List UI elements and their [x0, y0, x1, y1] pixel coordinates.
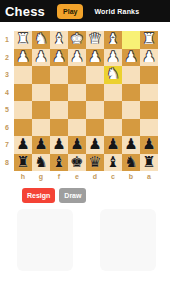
panels: [17, 209, 170, 271]
square-h6[interactable]: [14, 119, 32, 137]
square-a3[interactable]: [140, 66, 158, 84]
square-d1[interactable]: ♛: [86, 31, 104, 49]
square-c6[interactable]: [104, 119, 122, 137]
white-queen-piece: ♛: [88, 32, 101, 47]
square-g1[interactable]: ♞: [32, 31, 50, 49]
square-c3[interactable]: ♞: [104, 66, 122, 84]
file-label-g: g: [32, 171, 50, 181]
white-pawn-piece: ♟: [106, 49, 119, 64]
square-g7[interactable]: ♟: [32, 136, 50, 154]
black-pawn-piece: ♟: [106, 137, 119, 152]
draw-button[interactable]: Draw: [59, 188, 86, 203]
white-pawn-piece: ♟: [52, 49, 65, 64]
square-f6[interactable]: [50, 119, 68, 137]
square-a6[interactable]: [140, 119, 158, 137]
white-rook-piece: ♜: [16, 32, 29, 47]
square-f3[interactable]: [50, 66, 68, 84]
square-b6[interactable]: [122, 119, 140, 137]
black-pawn-piece: ♟: [124, 137, 137, 152]
black-king-piece: ♚: [70, 154, 83, 169]
file-label-e: e: [68, 171, 86, 181]
rank-label-5: 5: [0, 101, 14, 119]
square-g4[interactable]: [32, 84, 50, 102]
square-d6[interactable]: [86, 119, 104, 137]
square-b7[interactable]: ♟: [122, 136, 140, 154]
file-label-f: f: [50, 171, 68, 181]
rank-labels: 12345678: [0, 31, 14, 171]
square-b4[interactable]: [122, 84, 140, 102]
square-c5[interactable]: [104, 101, 122, 119]
white-pawn-piece: ♟: [142, 49, 155, 64]
file-label-a: a: [140, 171, 158, 181]
black-pawn-piece: ♟: [88, 137, 101, 152]
square-b1[interactable]: [122, 31, 140, 49]
black-rook-piece: ♜: [16, 154, 29, 169]
square-h5[interactable]: [14, 101, 32, 119]
rank-label-2: 2: [0, 49, 14, 67]
rank-label-7: 7: [0, 136, 14, 154]
resign-button[interactable]: Resign: [22, 188, 55, 203]
file-label-d: d: [86, 171, 104, 181]
square-c7[interactable]: ♟: [104, 136, 122, 154]
square-g8[interactable]: ♞: [32, 154, 50, 172]
square-b5[interactable]: [122, 101, 140, 119]
rank-label-6: 6: [0, 119, 14, 137]
square-h2[interactable]: ♟: [14, 49, 32, 67]
rank-label-4: 4: [0, 84, 14, 102]
square-f8[interactable]: ♝: [50, 154, 68, 172]
square-f7[interactable]: ♟: [50, 136, 68, 154]
square-c2[interactable]: ♟: [104, 49, 122, 67]
square-a7[interactable]: ♟: [140, 136, 158, 154]
square-g2[interactable]: ♟: [32, 49, 50, 67]
square-h4[interactable]: [14, 84, 32, 102]
square-d3[interactable]: [86, 66, 104, 84]
square-h7[interactable]: ♟: [14, 136, 32, 154]
square-b2[interactable]: ♟: [122, 49, 140, 67]
square-f1[interactable]: ♝: [50, 31, 68, 49]
black-bishop-piece: ♝: [52, 154, 65, 169]
nav-world-ranks[interactable]: World Ranks: [94, 8, 139, 15]
square-f2[interactable]: ♟: [50, 49, 68, 67]
square-d8[interactable]: ♛: [86, 154, 104, 172]
square-e5[interactable]: [68, 101, 86, 119]
panel-left: [17, 209, 73, 271]
chess-board: ♜♞♝♚♛♝♜♟♟♟♟♟♟♟♟♞♟♟♟♟♟♟♟♟♜♞♝♚♛♝♞♜: [14, 31, 158, 171]
action-buttons: Resign Draw: [22, 188, 170, 203]
square-b8[interactable]: ♞: [122, 154, 140, 172]
square-a4[interactable]: [140, 84, 158, 102]
square-c8[interactable]: ♝: [104, 154, 122, 172]
black-pawn-piece: ♟: [34, 137, 47, 152]
white-pawn-piece: ♟: [34, 49, 47, 64]
square-e2[interactable]: ♟: [68, 49, 86, 67]
file-label-c: c: [104, 171, 122, 181]
square-e1[interactable]: ♚: [68, 31, 86, 49]
square-e6[interactable]: [68, 119, 86, 137]
square-d4[interactable]: [86, 84, 104, 102]
rank-label-3: 3: [0, 66, 14, 84]
black-queen-piece: ♛: [88, 154, 101, 169]
square-h3[interactable]: [14, 66, 32, 84]
white-pawn-piece: ♟: [88, 49, 101, 64]
white-knight-piece: ♞: [34, 32, 47, 47]
white-knight-piece: ♞: [106, 67, 119, 82]
square-f4[interactable]: [50, 84, 68, 102]
black-pawn-piece: ♟: [16, 137, 29, 152]
white-king-piece: ♚: [70, 32, 83, 47]
panel-right: [100, 209, 156, 271]
square-g3[interactable]: [32, 66, 50, 84]
file-label-b: b: [122, 171, 140, 181]
square-c4[interactable]: [104, 84, 122, 102]
file-label-h: h: [14, 171, 32, 181]
square-a1[interactable]: ♜: [140, 31, 158, 49]
black-pawn-piece: ♟: [52, 137, 65, 152]
square-e3[interactable]: [68, 66, 86, 84]
square-e7[interactable]: ♟: [68, 136, 86, 154]
square-g6[interactable]: [32, 119, 50, 137]
square-f5[interactable]: [50, 101, 68, 119]
square-g5[interactable]: [32, 101, 50, 119]
square-e8[interactable]: ♚: [68, 154, 86, 172]
rank-label-8: 8: [0, 154, 14, 172]
square-e4[interactable]: [68, 84, 86, 102]
black-bishop-piece: ♝: [106, 154, 119, 169]
square-b3[interactable]: [122, 66, 140, 84]
top-bar: Chess Play World Ranks: [0, 0, 170, 22]
black-pawn-piece: ♟: [142, 137, 155, 152]
square-d7[interactable]: ♟: [86, 136, 104, 154]
white-pawn-piece: ♟: [124, 49, 137, 64]
black-pawn-piece: ♟: [70, 137, 83, 152]
app-title: Chess: [5, 4, 45, 19]
white-rook-piece: ♜: [142, 32, 155, 47]
rank-label-1: 1: [0, 31, 14, 49]
square-a8[interactable]: ♜: [140, 154, 158, 172]
square-h1[interactable]: ♜: [14, 31, 32, 49]
white-pawn-piece: ♟: [70, 49, 83, 64]
file-labels: hgfedcba: [14, 171, 170, 181]
black-knight-piece: ♞: [34, 154, 47, 169]
square-d5[interactable]: [86, 101, 104, 119]
square-d2[interactable]: ♟: [86, 49, 104, 67]
square-c1[interactable]: ♝: [104, 31, 122, 49]
white-pawn-piece: ♟: [16, 49, 29, 64]
square-a2[interactable]: ♟: [140, 49, 158, 67]
board-area: 12345678 ♜♞♝♚♛♝♜♟♟♟♟♟♟♟♟♞♟♟♟♟♟♟♟♟♜♞♝♚♛♝♞…: [0, 31, 170, 181]
white-bishop-piece: ♝: [106, 32, 119, 47]
square-h8[interactable]: ♜: [14, 154, 32, 172]
white-bishop-piece: ♝: [52, 32, 65, 47]
black-knight-piece: ♞: [124, 154, 137, 169]
square-a5[interactable]: [140, 101, 158, 119]
black-rook-piece: ♜: [142, 154, 155, 169]
play-button[interactable]: Play: [57, 4, 83, 19]
